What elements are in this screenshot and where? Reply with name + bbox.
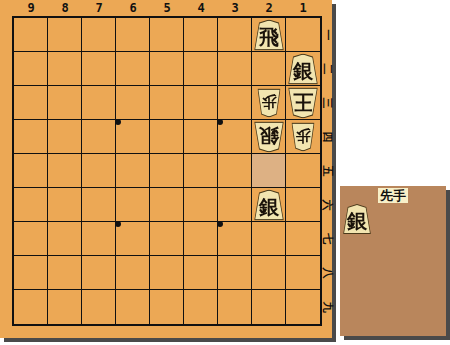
rank-label-8: 八 bbox=[321, 268, 332, 279]
board-cell-3-4[interactable] bbox=[218, 120, 252, 154]
board-cell-6-3[interactable] bbox=[116, 86, 150, 120]
board-cell-7-5[interactable] bbox=[82, 154, 116, 188]
board-cell-2-8[interactable] bbox=[252, 256, 286, 290]
piece-kanji: 銀 bbox=[293, 58, 313, 81]
board-cell-4-3[interactable] bbox=[184, 86, 218, 120]
file-label-3: 3 bbox=[231, 1, 238, 15]
file-label-9: 9 bbox=[27, 1, 34, 15]
rank-label-6: 六 bbox=[321, 200, 332, 211]
hoshi-dot bbox=[217, 221, 223, 227]
board-cell-1-8[interactable] bbox=[286, 256, 320, 290]
board-cell-8-2[interactable] bbox=[48, 52, 82, 86]
board-cell-3-7[interactable] bbox=[218, 222, 252, 256]
board-cell-8-9[interactable] bbox=[48, 290, 82, 324]
board-cell-6-6[interactable] bbox=[116, 188, 150, 222]
piece-face: 歩 bbox=[258, 90, 281, 117]
file-label-1: 1 bbox=[299, 1, 306, 15]
board-cell-8-7[interactable] bbox=[48, 222, 82, 256]
board-cell-6-2[interactable] bbox=[116, 52, 150, 86]
board-cell-8-1[interactable] bbox=[48, 18, 82, 52]
board-cell-1-5[interactable] bbox=[286, 154, 320, 188]
piece-kanji: 飛 bbox=[259, 24, 279, 47]
board-cell-5-8[interactable] bbox=[150, 256, 184, 290]
board-cell-7-2[interactable] bbox=[82, 52, 116, 86]
rank-label-2: 二 bbox=[321, 64, 332, 75]
board-cell-6-8[interactable] bbox=[116, 256, 150, 290]
board-cell-9-7[interactable] bbox=[14, 222, 48, 256]
board-cell-2-9[interactable] bbox=[252, 290, 286, 324]
board-cell-6-7[interactable] bbox=[116, 222, 150, 256]
board-cell-7-3[interactable] bbox=[82, 86, 116, 120]
sente-hand-panel: 先手 銀 bbox=[340, 186, 446, 336]
piece-kanji: 銀 bbox=[259, 194, 279, 217]
board-cell-7-7[interactable] bbox=[82, 222, 116, 256]
board-cell-5-1[interactable] bbox=[150, 18, 184, 52]
piece-face: 歩 bbox=[292, 124, 315, 151]
board-cell-7-4[interactable] bbox=[82, 120, 116, 154]
hoshi-dot bbox=[217, 119, 223, 125]
board-cell-9-9[interactable] bbox=[14, 290, 48, 324]
file-labels: 987654321 bbox=[14, 0, 320, 16]
board-cell-1-6[interactable] bbox=[286, 188, 320, 222]
board-cell-4-5[interactable] bbox=[184, 154, 218, 188]
board-cell-5-3[interactable] bbox=[150, 86, 184, 120]
board-cell-5-6[interactable] bbox=[150, 188, 184, 222]
board-cell-4-1[interactable] bbox=[184, 18, 218, 52]
board-cell-5-2[interactable] bbox=[150, 52, 184, 86]
board-cell-9-3[interactable] bbox=[14, 86, 48, 120]
file-label-6: 6 bbox=[129, 1, 136, 15]
board-cell-3-1[interactable] bbox=[218, 18, 252, 52]
board-cell-4-2[interactable] bbox=[184, 52, 218, 86]
board-cell-3-6[interactable] bbox=[218, 188, 252, 222]
board-cell-8-5[interactable] bbox=[48, 154, 82, 188]
board-cell-6-9[interactable] bbox=[116, 290, 150, 324]
rank-label-3: 三 bbox=[321, 98, 332, 109]
piece-face: 銀 bbox=[343, 205, 371, 233]
piece-kanji: 王 bbox=[293, 92, 313, 115]
file-label-5: 5 bbox=[163, 1, 170, 15]
board-cell-9-8[interactable] bbox=[14, 256, 48, 290]
piece-kanji: 歩 bbox=[296, 128, 311, 146]
file-label-2: 2 bbox=[265, 1, 272, 15]
board-cell-5-9[interactable] bbox=[150, 290, 184, 324]
board-cell-4-6[interactable] bbox=[184, 188, 218, 222]
board-cell-4-7[interactable] bbox=[184, 222, 218, 256]
rank-label-1: 一 bbox=[321, 30, 332, 41]
sente-hand-pieces: 銀 bbox=[342, 204, 444, 332]
shogi-board: 987654321 一二三四五六七八九 飛銀歩王銀歩銀 bbox=[0, 0, 332, 338]
board-grid bbox=[12, 16, 322, 326]
board-cell-3-2[interactable] bbox=[218, 52, 252, 86]
board-cell-7-8[interactable] bbox=[82, 256, 116, 290]
file-label-7: 7 bbox=[95, 1, 102, 15]
board-cell-1-7[interactable] bbox=[286, 222, 320, 256]
piece-kanji: 歩 bbox=[262, 94, 277, 112]
board-cell-9-2[interactable] bbox=[14, 52, 48, 86]
board-cell-8-8[interactable] bbox=[48, 256, 82, 290]
board-cell-7-9[interactable] bbox=[82, 290, 116, 324]
file-label-4: 4 bbox=[197, 1, 204, 15]
board-cell-2-7[interactable] bbox=[252, 222, 286, 256]
rank-label-4: 四 bbox=[321, 132, 332, 143]
rank-label-5: 五 bbox=[321, 166, 332, 177]
sente-hand-title: 先手 bbox=[378, 188, 408, 203]
board-cell-3-9[interactable] bbox=[218, 290, 252, 324]
board-cell-8-6[interactable] bbox=[48, 188, 82, 222]
board-cell-9-5[interactable] bbox=[14, 154, 48, 188]
board-cell-6-5[interactable] bbox=[116, 154, 150, 188]
board-cell-5-5[interactable] bbox=[150, 154, 184, 188]
file-label-8: 8 bbox=[61, 1, 68, 15]
board-cell-7-1[interactable] bbox=[82, 18, 116, 52]
rank-labels: 一二三四五六七八九 bbox=[321, 18, 332, 324]
board-cell-7-6[interactable] bbox=[82, 188, 116, 222]
board-cell-2-2[interactable] bbox=[252, 52, 286, 86]
rank-label-9: 九 bbox=[321, 302, 332, 313]
board-cell-3-3[interactable] bbox=[218, 86, 252, 120]
piece-kanji: 銀 bbox=[259, 126, 279, 149]
board-cell-5-4[interactable] bbox=[150, 120, 184, 154]
board-cell-9-6[interactable] bbox=[14, 188, 48, 222]
board-cell-6-1[interactable] bbox=[116, 18, 150, 52]
hoshi-dot bbox=[115, 221, 121, 227]
sente-hand-piece-silver[interactable]: 銀 bbox=[342, 204, 372, 234]
board-cell-3-8[interactable] bbox=[218, 256, 252, 290]
board-cell-5-7[interactable] bbox=[150, 222, 184, 256]
board-cell-9-1[interactable] bbox=[14, 18, 48, 52]
board-cell-8-3[interactable] bbox=[48, 86, 82, 120]
board-cell-2-5[interactable] bbox=[252, 154, 286, 188]
board-cell-4-4[interactable] bbox=[184, 120, 218, 154]
board-cell-6-4[interactable] bbox=[116, 120, 150, 154]
board-cell-4-8[interactable] bbox=[184, 256, 218, 290]
board-cell-8-4[interactable] bbox=[48, 120, 82, 154]
board-cell-1-9[interactable] bbox=[286, 290, 320, 324]
piece-kanji: 銀 bbox=[347, 208, 367, 231]
board-cell-9-4[interactable] bbox=[14, 120, 48, 154]
board-cell-3-5[interactable] bbox=[218, 154, 252, 188]
rank-label-7: 七 bbox=[321, 234, 332, 245]
board-cell-1-1[interactable] bbox=[286, 18, 320, 52]
board-cell-4-9[interactable] bbox=[184, 290, 218, 324]
hoshi-dot bbox=[115, 119, 121, 125]
